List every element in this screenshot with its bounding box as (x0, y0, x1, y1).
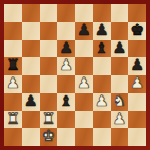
square-b3[interactable]: ♟ (22, 93, 40, 111)
square-h7[interactable]: ♚ (128, 22, 146, 40)
square-d8[interactable] (57, 4, 75, 22)
square-h4[interactable]: ♟ (128, 75, 146, 93)
square-d1[interactable] (57, 128, 75, 146)
square-c6[interactable] (40, 40, 58, 58)
square-g6[interactable]: ♟ (111, 40, 129, 58)
square-e6[interactable] (75, 40, 93, 58)
square-d5[interactable]: ♟ (57, 57, 75, 75)
square-a2[interactable]: ♜ (4, 111, 22, 129)
square-c7[interactable] (40, 22, 58, 40)
square-f8[interactable] (93, 4, 111, 22)
piece-black-pawn[interactable]: ♟ (112, 40, 126, 56)
square-c3[interactable] (40, 93, 58, 111)
piece-black-bishop[interactable]: ♝ (59, 93, 73, 109)
square-h2[interactable] (128, 111, 146, 129)
piece-black-king[interactable]: ♚ (130, 22, 144, 38)
square-f1[interactable] (93, 128, 111, 146)
board-frame: ♟♟♚♟♝♟♜♟♟♟♟♟♟♝♟♞♜♜♟♚ (0, 0, 150, 150)
square-a7[interactable] (4, 22, 22, 40)
piece-white-pawn[interactable]: ♟ (112, 111, 126, 127)
square-c2[interactable]: ♜ (40, 111, 58, 129)
piece-black-pawn[interactable]: ♟ (130, 58, 144, 74)
square-a6[interactable] (4, 40, 22, 58)
piece-white-king[interactable]: ♚ (41, 129, 55, 145)
piece-black-bishop[interactable]: ♝ (95, 40, 109, 56)
square-h3[interactable] (128, 93, 146, 111)
square-e8[interactable] (75, 4, 93, 22)
piece-white-pawn[interactable]: ♟ (59, 58, 73, 74)
square-b6[interactable] (22, 40, 40, 58)
piece-black-pawn[interactable]: ♟ (24, 93, 38, 109)
square-a8[interactable] (4, 4, 22, 22)
square-b8[interactable] (22, 4, 40, 22)
square-f2[interactable] (93, 111, 111, 129)
square-g3[interactable]: ♞ (111, 93, 129, 111)
piece-white-pawn[interactable]: ♟ (6, 76, 20, 92)
square-e5[interactable] (75, 57, 93, 75)
square-h1[interactable] (128, 128, 146, 146)
piece-black-pawn[interactable]: ♟ (59, 40, 73, 56)
square-d7[interactable] (57, 22, 75, 40)
square-b2[interactable] (22, 111, 40, 129)
square-g4[interactable] (111, 75, 129, 93)
square-c4[interactable] (40, 75, 58, 93)
square-d6[interactable]: ♟ (57, 40, 75, 58)
square-g8[interactable] (111, 4, 129, 22)
square-c8[interactable] (40, 4, 58, 22)
square-a3[interactable] (4, 93, 22, 111)
square-c5[interactable] (40, 57, 58, 75)
square-f7[interactable]: ♟ (93, 22, 111, 40)
square-a4[interactable]: ♟ (4, 75, 22, 93)
square-g1[interactable] (111, 128, 129, 146)
square-a5[interactable]: ♜ (4, 57, 22, 75)
square-g2[interactable]: ♟ (111, 111, 129, 129)
piece-white-pawn[interactable]: ♟ (95, 93, 109, 109)
square-b5[interactable] (22, 57, 40, 75)
square-f3[interactable]: ♟ (93, 93, 111, 111)
square-f6[interactable]: ♝ (93, 40, 111, 58)
piece-white-pawn[interactable]: ♟ (130, 76, 144, 92)
square-h8[interactable] (128, 4, 146, 22)
piece-black-pawn[interactable]: ♟ (95, 22, 109, 38)
square-e4[interactable]: ♟ (75, 75, 93, 93)
square-e2[interactable] (75, 111, 93, 129)
square-f4[interactable] (93, 75, 111, 93)
square-h5[interactable]: ♟ (128, 57, 146, 75)
square-b1[interactable] (22, 128, 40, 146)
piece-white-knight[interactable]: ♞ (112, 93, 126, 109)
square-g5[interactable] (111, 57, 129, 75)
square-c1[interactable]: ♚ (40, 128, 58, 146)
square-e3[interactable] (75, 93, 93, 111)
square-b4[interactable] (22, 75, 40, 93)
square-h6[interactable] (128, 40, 146, 58)
piece-white-rook[interactable]: ♜ (6, 111, 20, 127)
piece-white-rook[interactable]: ♜ (41, 111, 55, 127)
square-d3[interactable]: ♝ (57, 93, 75, 111)
square-b7[interactable] (22, 22, 40, 40)
piece-black-rook[interactable]: ♜ (6, 58, 20, 74)
square-f5[interactable] (93, 57, 111, 75)
square-d4[interactable] (57, 75, 75, 93)
square-g7[interactable] (111, 22, 129, 40)
square-e7[interactable]: ♟ (75, 22, 93, 40)
square-d2[interactable] (57, 111, 75, 129)
chess-board: ♟♟♚♟♝♟♜♟♟♟♟♟♟♝♟♞♜♜♟♚ (4, 4, 146, 146)
square-e1[interactable] (75, 128, 93, 146)
piece-black-pawn[interactable]: ♟ (77, 22, 91, 38)
piece-white-pawn[interactable]: ♟ (77, 76, 91, 92)
square-a1[interactable] (4, 128, 22, 146)
